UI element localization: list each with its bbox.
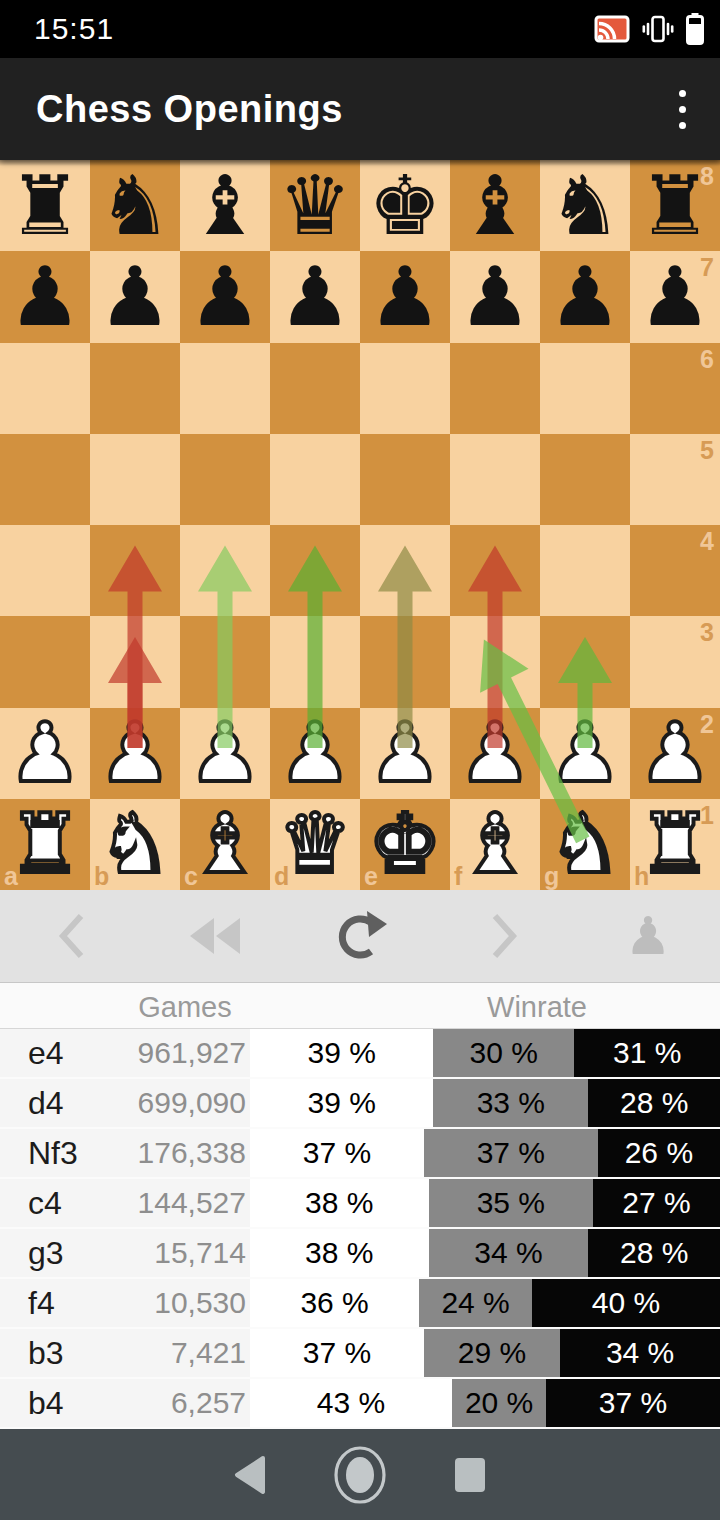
square-f3[interactable] xyxy=(450,616,540,707)
winrate-bar: 36 %24 %40 % xyxy=(250,1279,720,1327)
square-c7[interactable]: ♟ xyxy=(180,251,270,342)
play-as-button[interactable]: ♟ xyxy=(603,901,693,971)
white-win-segment: 38 % xyxy=(250,1229,429,1277)
piece-black-rook: ♜ xyxy=(0,160,90,251)
stats-row-left: b37,421 xyxy=(0,1329,250,1377)
piece-white-pawn: ♟ xyxy=(180,708,270,799)
stats-row-e4[interactable]: e4961,92739 %30 %31 % xyxy=(0,1029,720,1079)
home-icon xyxy=(332,1445,388,1505)
square-a5[interactable] xyxy=(0,434,90,525)
square-e8[interactable]: ♚ xyxy=(360,160,450,251)
piece-white-pawn: ♟ xyxy=(90,708,180,799)
square-e2[interactable]: ♟ xyxy=(360,708,450,799)
refresh-icon xyxy=(329,905,391,967)
black-win-segment: 37 % xyxy=(546,1379,720,1427)
stats-row-Nf3[interactable]: Nf3176,33837 %37 %26 % xyxy=(0,1129,720,1179)
rank-label-5: 5 xyxy=(700,438,714,463)
piece-black-pawn: ♟ xyxy=(180,251,270,342)
square-c2[interactable]: ♟ xyxy=(180,708,270,799)
draw-segment: 30 % xyxy=(433,1029,574,1077)
file-label-e: e xyxy=(364,864,378,889)
square-h6[interactable]: 6 xyxy=(630,343,720,434)
square-b6[interactable] xyxy=(90,343,180,434)
square-h8[interactable]: ♜8 xyxy=(630,160,720,251)
white-win-segment: 39 % xyxy=(250,1079,433,1127)
draw-segment: 34 % xyxy=(429,1229,589,1277)
stats-row-left: b46,257 xyxy=(0,1379,250,1427)
screen: 15:51 Chess Openings xyxy=(0,0,720,1520)
piece-white-pawn: ♟ xyxy=(360,708,450,799)
square-a2[interactable]: ♟ xyxy=(0,708,90,799)
rewind-to-start-button[interactable] xyxy=(171,901,261,971)
square-g3[interactable] xyxy=(540,616,630,707)
stats-row-left: g315,714 xyxy=(0,1229,250,1277)
white-win-segment: 39 % xyxy=(250,1029,433,1077)
chevron-right-icon xyxy=(482,908,526,964)
app-title: Chess Openings xyxy=(36,88,343,131)
draw-segment: 35 % xyxy=(429,1179,594,1227)
recents-icon xyxy=(453,1456,487,1494)
white-win-segment: 37 % xyxy=(250,1129,424,1177)
move-label: b3 xyxy=(28,1335,64,1372)
piece-black-pawn: ♟ xyxy=(270,251,360,342)
status-time: 15:51 xyxy=(34,12,114,46)
square-h4[interactable]: 4 xyxy=(630,525,720,616)
home-button[interactable] xyxy=(332,1447,388,1503)
white-win-segment: 38 % xyxy=(250,1179,429,1227)
previous-move-button[interactable] xyxy=(27,901,117,971)
move-label: d4 xyxy=(28,1085,64,1122)
stats-row-left: c4144,527 xyxy=(0,1179,250,1227)
rank-label-2: 2 xyxy=(700,712,714,737)
square-g6[interactable] xyxy=(540,343,630,434)
square-d5[interactable] xyxy=(270,434,360,525)
square-h1[interactable]: ♜1h xyxy=(630,799,720,890)
piece-black-pawn: ♟ xyxy=(360,251,450,342)
square-d3[interactable] xyxy=(270,616,360,707)
games-count: 7,421 xyxy=(171,1336,246,1370)
black-win-segment: 40 % xyxy=(532,1279,720,1327)
square-h5[interactable]: 5 xyxy=(630,434,720,525)
file-label-a: a xyxy=(4,864,18,889)
square-f4[interactable] xyxy=(450,525,540,616)
draw-segment: 37 % xyxy=(424,1129,598,1177)
square-b2[interactable]: ♟ xyxy=(90,708,180,799)
stats-header: Games Winrate xyxy=(0,983,720,1029)
draw-segment: 29 % xyxy=(424,1329,560,1377)
square-c1[interactable]: ♝c xyxy=(180,799,270,890)
square-c5[interactable] xyxy=(180,434,270,525)
black-win-segment: 27 % xyxy=(593,1179,720,1227)
pawn-icon: ♟ xyxy=(625,910,672,962)
stats-row-b3[interactable]: b37,42137 %29 %34 % xyxy=(0,1329,720,1379)
rank-label-8: 8 xyxy=(700,164,714,189)
stats-row-left: d4699,090 xyxy=(0,1079,250,1127)
stats-row-g3[interactable]: g315,71438 %34 %28 % xyxy=(0,1229,720,1279)
games-count: 6,257 xyxy=(171,1386,246,1420)
games-count: 15,714 xyxy=(154,1236,246,1270)
square-h3[interactable]: 3 xyxy=(630,616,720,707)
square-d6[interactable] xyxy=(270,343,360,434)
black-win-segment: 31 % xyxy=(574,1029,720,1077)
square-d4[interactable] xyxy=(270,525,360,616)
piece-white-pawn: ♟ xyxy=(450,708,540,799)
winrate-bar: 38 %34 %28 % xyxy=(250,1229,720,1277)
app-bar: Chess Openings xyxy=(0,58,720,160)
square-d7[interactable]: ♟ xyxy=(270,251,360,342)
battery-icon xyxy=(686,13,704,45)
winrate-bar: 39 %30 %31 % xyxy=(250,1029,720,1077)
square-a8[interactable]: ♜ xyxy=(0,160,90,251)
stats-row-d4[interactable]: d4699,09039 %33 %28 % xyxy=(0,1079,720,1129)
recents-button[interactable] xyxy=(442,1447,498,1503)
stats-row-b4[interactable]: b46,25743 %20 %37 % xyxy=(0,1379,720,1429)
square-h7[interactable]: ♟7 xyxy=(630,251,720,342)
back-icon xyxy=(233,1455,267,1495)
square-b8[interactable]: ♞ xyxy=(90,160,180,251)
games-count: 699,090 xyxy=(138,1086,246,1120)
rank-label-3: 3 xyxy=(700,620,714,645)
rank-label-1: 1 xyxy=(700,803,714,828)
square-f1[interactable]: ♝f xyxy=(450,799,540,890)
move-toolbar: ♟ xyxy=(0,890,720,983)
square-c6[interactable] xyxy=(180,343,270,434)
stats-row-left: e4961,927 xyxy=(0,1029,250,1077)
draw-segment: 24 % xyxy=(419,1279,532,1327)
square-g2[interactable]: ♟ xyxy=(540,708,630,799)
white-win-segment: 43 % xyxy=(250,1379,452,1427)
winrate-bar: 37 %37 %26 % xyxy=(250,1129,720,1177)
rank-label-6: 6 xyxy=(700,347,714,372)
piece-white-bishop: ♝ xyxy=(450,799,540,890)
games-count: 144,527 xyxy=(138,1186,246,1220)
square-b7[interactable]: ♟ xyxy=(90,251,180,342)
black-win-segment: 34 % xyxy=(560,1329,720,1377)
square-e7[interactable]: ♟ xyxy=(360,251,450,342)
piece-black-bishop: ♝ xyxy=(180,160,270,251)
piece-black-bishop: ♝ xyxy=(450,160,540,251)
square-e3[interactable] xyxy=(360,616,450,707)
square-f6[interactable] xyxy=(450,343,540,434)
piece-black-knight: ♞ xyxy=(540,160,630,251)
piece-black-pawn: ♟ xyxy=(90,251,180,342)
square-g7[interactable]: ♟ xyxy=(540,251,630,342)
square-f8[interactable]: ♝ xyxy=(450,160,540,251)
white-win-segment: 37 % xyxy=(250,1329,424,1377)
piece-black-king: ♚ xyxy=(360,160,450,251)
piece-black-pawn: ♟ xyxy=(0,251,90,342)
square-f5[interactable] xyxy=(450,434,540,525)
winrate-bar: 39 %33 %28 % xyxy=(250,1079,720,1127)
stats-row-f4[interactable]: f410,53036 %24 %40 % xyxy=(0,1279,720,1329)
square-e5[interactable] xyxy=(360,434,450,525)
square-g8[interactable]: ♞ xyxy=(540,160,630,251)
rank-label-7: 7 xyxy=(700,255,714,280)
winrate-bar: 37 %29 %34 % xyxy=(250,1329,720,1377)
rank-label-4: 4 xyxy=(700,529,714,554)
winrate-bar: 43 %20 %37 % xyxy=(250,1379,720,1427)
back-button[interactable] xyxy=(222,1447,278,1503)
square-c3[interactable] xyxy=(180,616,270,707)
square-b1[interactable]: ♞b xyxy=(90,799,180,890)
black-win-segment: 28 % xyxy=(588,1079,720,1127)
draw-segment: 20 % xyxy=(452,1379,546,1427)
piece-white-pawn: ♟ xyxy=(0,708,90,799)
winrate-bar: 38 %35 %27 % xyxy=(250,1179,720,1227)
rewind-icon xyxy=(186,914,246,958)
games-count: 176,338 xyxy=(138,1136,246,1170)
square-f7[interactable]: ♟ xyxy=(450,251,540,342)
games-count: 961,927 xyxy=(138,1036,246,1070)
square-a7[interactable]: ♟ xyxy=(0,251,90,342)
file-label-g: g xyxy=(544,864,559,889)
move-label: f4 xyxy=(28,1285,55,1322)
android-nav-bar xyxy=(0,1429,720,1520)
vibrate-icon xyxy=(642,13,674,45)
square-e6[interactable] xyxy=(360,343,450,434)
square-g4[interactable] xyxy=(540,525,630,616)
move-label: b4 xyxy=(28,1385,64,1422)
square-a3[interactable] xyxy=(0,616,90,707)
games-column-header: Games xyxy=(120,991,250,1024)
stats-row-left: f410,530 xyxy=(0,1279,250,1327)
piece-black-knight: ♞ xyxy=(90,160,180,251)
square-d8[interactable]: ♛ xyxy=(270,160,360,251)
chevron-left-icon xyxy=(50,908,94,964)
winrate-column-header: Winrate xyxy=(455,991,619,1024)
draw-segment: 33 % xyxy=(433,1079,588,1127)
piece-white-pawn: ♟ xyxy=(270,708,360,799)
cast-icon xyxy=(594,15,630,43)
square-h2[interactable]: ♟2 xyxy=(630,708,720,799)
piece-black-pawn: ♟ xyxy=(540,251,630,342)
opening-stats-table: Games Winrate e4961,92739 %30 %31 %d4699… xyxy=(0,983,720,1429)
chess-board[interactable]: ♜♞♝♛♚♝♞♜8♟♟♟♟♟♟♟♟76543♟♟♟♟♟♟♟♟2♜a♞b♝c♛d♚… xyxy=(0,160,720,890)
piece-black-queen: ♛ xyxy=(270,160,360,251)
square-g5[interactable] xyxy=(540,434,630,525)
square-b4[interactable] xyxy=(90,525,180,616)
square-f2[interactable]: ♟ xyxy=(450,708,540,799)
move-label: c4 xyxy=(28,1185,62,1222)
square-e4[interactable] xyxy=(360,525,450,616)
status-icons xyxy=(594,13,704,45)
file-label-d: d xyxy=(274,864,289,889)
square-c8[interactable]: ♝ xyxy=(180,160,270,251)
square-d2[interactable]: ♟ xyxy=(270,708,360,799)
file-label-c: c xyxy=(184,864,198,889)
black-win-segment: 28 % xyxy=(588,1229,720,1277)
square-a6[interactable] xyxy=(0,343,90,434)
reset-board-button[interactable] xyxy=(315,901,405,971)
square-b3[interactable] xyxy=(90,616,180,707)
file-label-b: b xyxy=(94,864,109,889)
square-g1[interactable]: ♞g xyxy=(540,799,630,890)
piece-black-pawn: ♟ xyxy=(450,251,540,342)
square-a4[interactable] xyxy=(0,525,90,616)
white-win-segment: 36 % xyxy=(250,1279,419,1327)
black-win-segment: 26 % xyxy=(598,1129,720,1177)
stats-row-c4[interactable]: c4144,52738 %35 %27 % xyxy=(0,1179,720,1229)
square-e1[interactable]: ♚e xyxy=(360,799,450,890)
status-bar: 15:51 xyxy=(0,0,720,58)
move-label: g3 xyxy=(28,1235,64,1272)
file-label-h: h xyxy=(634,864,649,889)
square-a1[interactable]: ♜a xyxy=(0,799,90,890)
overflow-menu-icon[interactable] xyxy=(669,80,696,139)
stats-row-left: Nf3176,338 xyxy=(0,1129,250,1177)
file-label-f: f xyxy=(454,864,462,889)
square-b5[interactable] xyxy=(90,434,180,525)
square-c4[interactable] xyxy=(180,525,270,616)
square-d1[interactable]: ♛d xyxy=(270,799,360,890)
move-label: Nf3 xyxy=(28,1135,78,1172)
next-move-button[interactable] xyxy=(459,901,549,971)
piece-white-pawn: ♟ xyxy=(540,708,630,799)
games-count: 10,530 xyxy=(154,1286,246,1320)
move-label: e4 xyxy=(28,1035,64,1072)
